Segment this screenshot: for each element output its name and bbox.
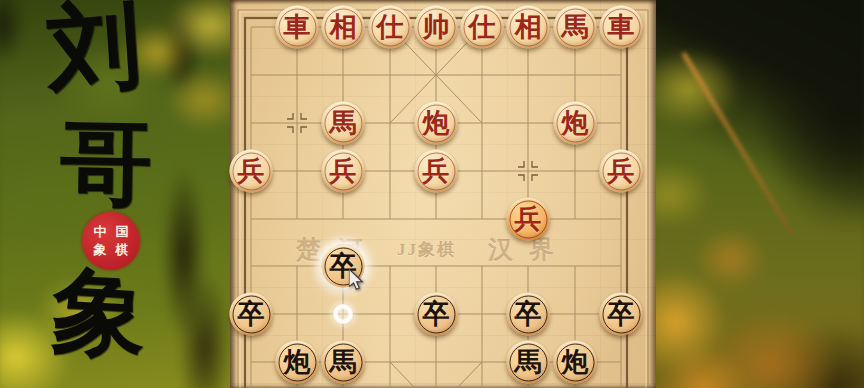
piece-black-f8r7[interactable]: 炮 (554, 341, 597, 384)
piece-glyph: 馬 (562, 6, 589, 49)
piece-glyph: 仕 (469, 6, 496, 49)
piece-glyph: 炮 (284, 341, 311, 384)
seal-char-1: 中 (94, 225, 107, 239)
xiangqi-board[interactable]: 楚河 JJ象棋 汉界 車相仕帅仕相馬車馬炮炮兵兵兵兵兵卒卒卒卒卒炮馬馬炮 (230, 0, 656, 388)
piece-red-f5r3[interactable]: 兵 (415, 150, 458, 193)
banner-char-1: 刘 (44, 0, 144, 97)
piece-glyph: 兵 (238, 150, 265, 193)
screenshot-root: 刘 哥 中 国 象 棋 象 楚河 JJ象棋 汉界 車相仕帅仕相馬車馬炮炮兵兵兵兵… (0, 0, 864, 388)
piece-glyph: 炮 (423, 102, 450, 145)
piece-red-f3r2[interactable]: 馬 (322, 102, 365, 145)
piece-glyph: 馬 (515, 341, 542, 384)
piece-glyph: 炮 (562, 102, 589, 145)
piece-glyph: 卒 (238, 293, 265, 336)
piece-glyph: 卒 (423, 293, 450, 336)
mouse-cursor (349, 269, 369, 293)
piece-black-f1r6[interactable]: 卒 (230, 293, 273, 336)
banner-char-3: 象 (50, 264, 149, 363)
piece-glyph: 馬 (330, 341, 357, 384)
piece-glyph: 仕 (377, 6, 404, 49)
piece-glyph: 炮 (562, 341, 589, 384)
piece-red-f9r0[interactable]: 車 (600, 6, 643, 49)
piece-red-f2r0[interactable]: 車 (276, 6, 319, 49)
piece-glyph: 相 (515, 6, 542, 49)
piece-red-f9r3[interactable]: 兵 (600, 150, 643, 193)
seal-char-3: 象 (94, 243, 107, 257)
piece-glyph: 兵 (515, 198, 542, 241)
banner-char-2: 哥 (59, 117, 153, 211)
piece-black-f5r6[interactable]: 卒 (415, 293, 458, 336)
piece-black-f3r7[interactable]: 馬 (322, 341, 365, 384)
piece-glyph: 兵 (330, 150, 357, 193)
piece-glyph: 兵 (423, 150, 450, 193)
piece-red-f8r0[interactable]: 馬 (554, 6, 597, 49)
seal-char-2: 国 (116, 225, 129, 239)
piece-black-f2r7[interactable]: 炮 (276, 341, 319, 384)
river-watermark: JJ象棋 (397, 238, 456, 261)
piece-red-f7r4[interactable]: 兵 (507, 198, 550, 241)
piece-red-f5r0[interactable]: 帅 (415, 6, 458, 49)
piece-glyph: 馬 (330, 102, 357, 145)
piece-red-f3r0[interactable]: 相 (322, 6, 365, 49)
piece-glyph: 車 (284, 6, 311, 49)
piece-glyph: 卒 (608, 293, 635, 336)
piece-glyph: 車 (608, 6, 635, 49)
piece-black-f7r6[interactable]: 卒 (507, 293, 550, 336)
move-origin-dot (332, 303, 354, 325)
background-forest-right (646, 0, 864, 388)
piece-red-f8r2[interactable]: 炮 (554, 102, 597, 145)
piece-red-f7r0[interactable]: 相 (507, 6, 550, 49)
piece-black-f7r7[interactable]: 馬 (507, 341, 550, 384)
piece-black-f9r6[interactable]: 卒 (600, 293, 643, 336)
piece-red-f4r0[interactable]: 仕 (369, 6, 412, 49)
piece-red-f3r3[interactable]: 兵 (322, 150, 365, 193)
piece-glyph: 相 (330, 6, 357, 49)
piece-glyph: 帅 (423, 6, 450, 49)
seal-char-4: 棋 (116, 243, 129, 257)
piece-red-f1r3[interactable]: 兵 (230, 150, 273, 193)
piece-red-f6r0[interactable]: 仕 (461, 6, 504, 49)
piece-red-f5r2[interactable]: 炮 (415, 102, 458, 145)
piece-glyph: 兵 (608, 150, 635, 193)
piece-glyph: 卒 (515, 293, 542, 336)
